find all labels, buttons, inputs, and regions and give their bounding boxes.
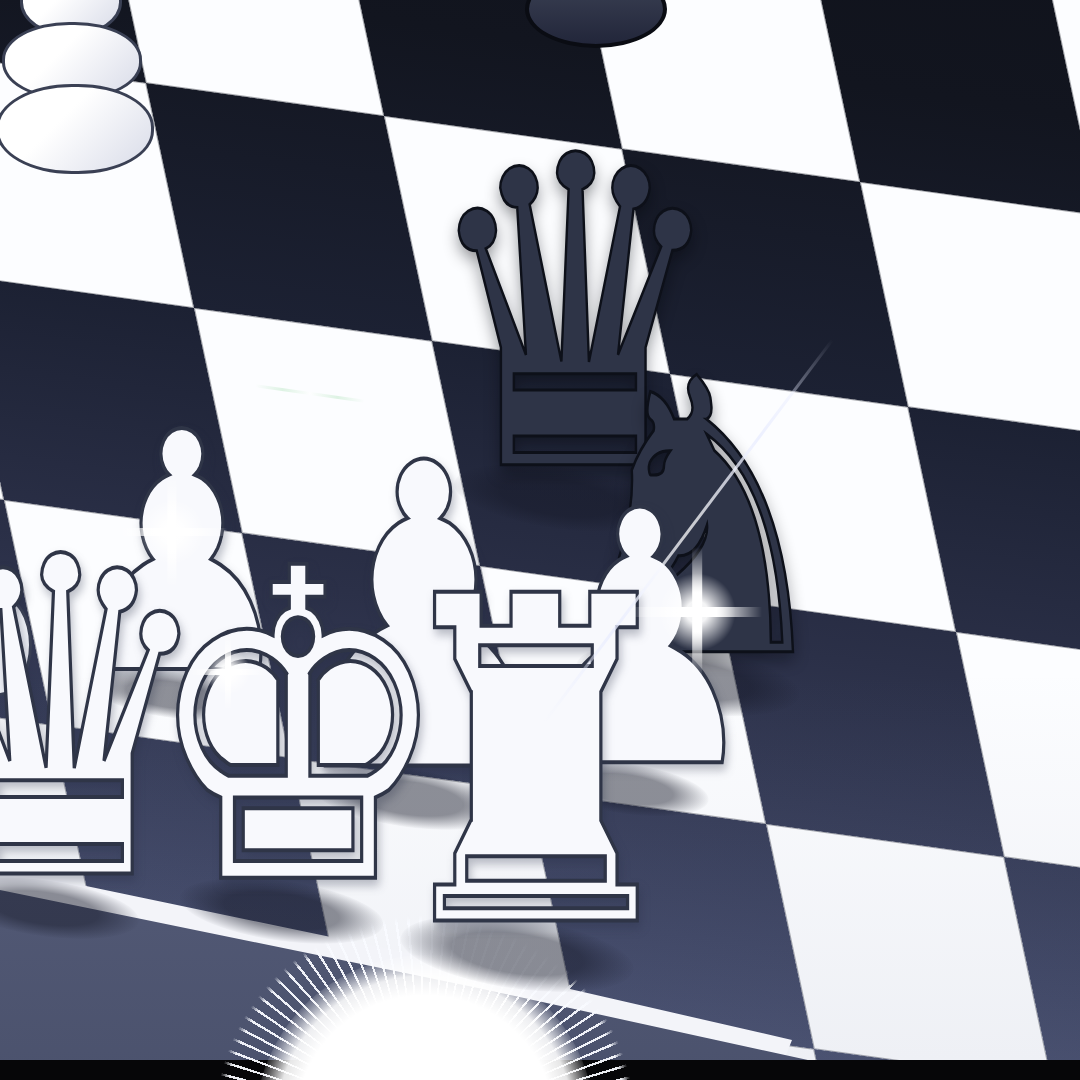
comic-panel: ♛♞♟♟♟♛♚♜ — [0, 0, 1080, 1080]
piece-base-tier — [0, 84, 154, 174]
sparkle-icon — [632, 547, 762, 677]
sparkle-icon — [190, 634, 266, 710]
sparkle-icon — [117, 477, 227, 587]
